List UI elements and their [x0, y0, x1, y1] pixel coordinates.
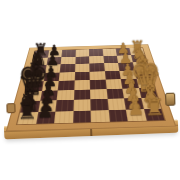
board-square[interactable] [17, 112, 38, 125]
board-square[interactable] [141, 97, 161, 108]
chess-set-photo: ♜♞♝♛♚♝♞♜♟♟♟♟♟♟♟♟♟♟♟♟♟♟♟♟♜♞♝♛♚♝♞♜ [0, 0, 180, 180]
board-square[interactable] [138, 87, 157, 97]
board-square[interactable] [58, 80, 75, 90]
board-scene: ♜♞♝♛♚♝♞♜♟♟♟♟♟♟♟♟♟♟♟♟♟♟♟♟♜♞♝♛♚♝♞♜ [0, 0, 180, 180]
board-square[interactable] [25, 81, 43, 91]
board-square[interactable] [143, 108, 164, 120]
board-square[interactable] [55, 100, 73, 111]
right-latch-clasp-icon [165, 93, 175, 106]
board-square[interactable] [54, 111, 73, 124]
board-square[interactable] [108, 109, 128, 121]
board-square[interactable] [136, 78, 154, 88]
board-square[interactable] [23, 91, 42, 102]
board-square[interactable] [106, 88, 124, 98]
board-square[interactable] [91, 110, 110, 122]
chess-board [6, 44, 176, 131]
left-hinge-clasp-icon [6, 103, 15, 113]
board-square[interactable] [107, 98, 126, 109]
board-square[interactable] [73, 99, 91, 110]
board-square[interactable] [42, 81, 59, 91]
board-square[interactable] [20, 101, 40, 113]
board-square[interactable] [38, 100, 57, 111]
board-square[interactable] [90, 89, 107, 100]
board-grid [17, 48, 164, 124]
board-square[interactable] [57, 90, 74, 101]
board-square[interactable] [90, 80, 106, 90]
board-square[interactable] [40, 90, 58, 101]
board-square[interactable] [36, 111, 56, 124]
board-square[interactable] [72, 110, 90, 123]
board-square[interactable] [73, 89, 90, 100]
board-square[interactable] [105, 79, 122, 89]
board-square[interactable] [90, 99, 108, 110]
board-square[interactable] [74, 80, 90, 90]
